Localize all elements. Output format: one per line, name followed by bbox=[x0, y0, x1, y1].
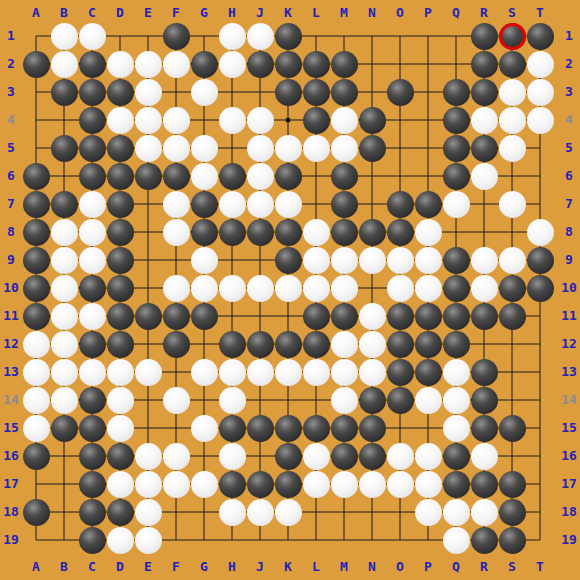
intersection-C13[interactable] bbox=[78, 358, 106, 386]
intersection-E11[interactable] bbox=[134, 302, 162, 330]
intersection-G10[interactable] bbox=[190, 274, 218, 302]
intersection-A6[interactable] bbox=[22, 162, 50, 190]
intersection-O10[interactable] bbox=[386, 274, 414, 302]
intersection-D8[interactable] bbox=[106, 218, 134, 246]
intersection-L18[interactable] bbox=[302, 498, 330, 526]
intersection-P6[interactable] bbox=[414, 162, 442, 190]
intersection-F13[interactable] bbox=[162, 358, 190, 386]
intersection-K16[interactable] bbox=[274, 442, 302, 470]
intersection-J2[interactable] bbox=[246, 50, 274, 78]
intersection-K19[interactable] bbox=[274, 526, 302, 554]
intersection-M10[interactable] bbox=[330, 274, 358, 302]
intersection-C9[interactable] bbox=[78, 246, 106, 274]
intersection-B7[interactable] bbox=[50, 190, 78, 218]
intersection-Q16[interactable] bbox=[442, 442, 470, 470]
intersection-P9[interactable] bbox=[414, 246, 442, 274]
intersection-J16[interactable] bbox=[246, 442, 274, 470]
intersection-L6[interactable] bbox=[302, 162, 330, 190]
intersection-N16[interactable] bbox=[358, 442, 386, 470]
intersection-T16[interactable] bbox=[526, 442, 554, 470]
intersection-K10[interactable] bbox=[274, 274, 302, 302]
intersection-B17[interactable] bbox=[50, 470, 78, 498]
intersection-F2[interactable] bbox=[162, 50, 190, 78]
intersection-A9[interactable] bbox=[22, 246, 50, 274]
intersection-R6[interactable] bbox=[470, 162, 498, 190]
intersection-S16[interactable] bbox=[498, 442, 526, 470]
intersection-E9[interactable] bbox=[134, 246, 162, 274]
intersection-D7[interactable] bbox=[106, 190, 134, 218]
intersection-D16[interactable] bbox=[106, 442, 134, 470]
intersection-G14[interactable] bbox=[190, 386, 218, 414]
intersection-P7[interactable] bbox=[414, 190, 442, 218]
intersection-D15[interactable] bbox=[106, 414, 134, 442]
intersection-P19[interactable] bbox=[414, 526, 442, 554]
intersection-N10[interactable] bbox=[358, 274, 386, 302]
intersection-N18[interactable] bbox=[358, 498, 386, 526]
intersection-P4[interactable] bbox=[414, 106, 442, 134]
intersection-R15[interactable] bbox=[470, 414, 498, 442]
intersection-K5[interactable] bbox=[274, 134, 302, 162]
intersection-E8[interactable] bbox=[134, 218, 162, 246]
intersection-F6[interactable] bbox=[162, 162, 190, 190]
intersection-P12[interactable] bbox=[414, 330, 442, 358]
intersection-J19[interactable] bbox=[246, 526, 274, 554]
intersection-O1[interactable] bbox=[386, 22, 414, 50]
intersection-C6[interactable] bbox=[78, 162, 106, 190]
intersection-S11[interactable] bbox=[498, 302, 526, 330]
intersection-F18[interactable] bbox=[162, 498, 190, 526]
intersection-E19[interactable] bbox=[134, 526, 162, 554]
intersection-E7[interactable] bbox=[134, 190, 162, 218]
intersection-J5[interactable] bbox=[246, 134, 274, 162]
intersection-O11[interactable] bbox=[386, 302, 414, 330]
intersection-K18[interactable] bbox=[274, 498, 302, 526]
intersection-M7[interactable] bbox=[330, 190, 358, 218]
intersection-E5[interactable] bbox=[134, 134, 162, 162]
intersection-N13[interactable] bbox=[358, 358, 386, 386]
intersection-N11[interactable] bbox=[358, 302, 386, 330]
intersection-O16[interactable] bbox=[386, 442, 414, 470]
intersection-A1[interactable] bbox=[22, 22, 50, 50]
intersection-T7[interactable] bbox=[526, 190, 554, 218]
intersection-T10[interactable] bbox=[526, 274, 554, 302]
intersection-L1[interactable] bbox=[302, 22, 330, 50]
intersection-Q10[interactable] bbox=[442, 274, 470, 302]
intersection-J17[interactable] bbox=[246, 470, 274, 498]
intersection-O6[interactable] bbox=[386, 162, 414, 190]
intersection-K15[interactable] bbox=[274, 414, 302, 442]
intersection-K6[interactable] bbox=[274, 162, 302, 190]
intersection-G7[interactable] bbox=[190, 190, 218, 218]
intersection-N6[interactable] bbox=[358, 162, 386, 190]
intersection-S7[interactable] bbox=[498, 190, 526, 218]
intersection-Q2[interactable] bbox=[442, 50, 470, 78]
intersection-B15[interactable] bbox=[50, 414, 78, 442]
intersection-T6[interactable] bbox=[526, 162, 554, 190]
intersection-S2[interactable] bbox=[498, 50, 526, 78]
intersection-L17[interactable] bbox=[302, 470, 330, 498]
intersection-F16[interactable] bbox=[162, 442, 190, 470]
intersection-J10[interactable] bbox=[246, 274, 274, 302]
intersection-T5[interactable] bbox=[526, 134, 554, 162]
intersection-S18[interactable] bbox=[498, 498, 526, 526]
intersection-G16[interactable] bbox=[190, 442, 218, 470]
intersection-N5[interactable] bbox=[358, 134, 386, 162]
intersection-F12[interactable] bbox=[162, 330, 190, 358]
intersection-O14[interactable] bbox=[386, 386, 414, 414]
intersection-T13[interactable] bbox=[526, 358, 554, 386]
intersection-T17[interactable] bbox=[526, 470, 554, 498]
intersection-Q5[interactable] bbox=[442, 134, 470, 162]
intersection-L16[interactable] bbox=[302, 442, 330, 470]
intersection-N17[interactable] bbox=[358, 470, 386, 498]
intersection-H19[interactable] bbox=[218, 526, 246, 554]
intersection-C3[interactable] bbox=[78, 78, 106, 106]
intersection-O2[interactable] bbox=[386, 50, 414, 78]
intersection-L3[interactable] bbox=[302, 78, 330, 106]
intersection-C8[interactable] bbox=[78, 218, 106, 246]
intersection-E13[interactable] bbox=[134, 358, 162, 386]
intersection-R17[interactable] bbox=[470, 470, 498, 498]
intersection-T8[interactable] bbox=[526, 218, 554, 246]
intersection-O7[interactable] bbox=[386, 190, 414, 218]
intersection-C2[interactable] bbox=[78, 50, 106, 78]
intersection-J7[interactable] bbox=[246, 190, 274, 218]
intersection-L15[interactable] bbox=[302, 414, 330, 442]
intersection-G11[interactable] bbox=[190, 302, 218, 330]
intersection-B19[interactable] bbox=[50, 526, 78, 554]
intersection-T3[interactable] bbox=[526, 78, 554, 106]
intersection-M17[interactable] bbox=[330, 470, 358, 498]
intersection-B6[interactable] bbox=[50, 162, 78, 190]
intersection-D9[interactable] bbox=[106, 246, 134, 274]
intersection-G6[interactable] bbox=[190, 162, 218, 190]
intersection-P13[interactable] bbox=[414, 358, 442, 386]
intersection-B11[interactable] bbox=[50, 302, 78, 330]
intersection-R19[interactable] bbox=[470, 526, 498, 554]
intersection-M9[interactable] bbox=[330, 246, 358, 274]
intersection-J9[interactable] bbox=[246, 246, 274, 274]
intersection-N19[interactable] bbox=[358, 526, 386, 554]
intersection-R2[interactable] bbox=[470, 50, 498, 78]
intersection-B3[interactable] bbox=[50, 78, 78, 106]
intersection-K12[interactable] bbox=[274, 330, 302, 358]
intersection-P17[interactable] bbox=[414, 470, 442, 498]
intersection-E6[interactable] bbox=[134, 162, 162, 190]
intersection-M18[interactable] bbox=[330, 498, 358, 526]
intersection-J18[interactable] bbox=[246, 498, 274, 526]
intersection-C14[interactable] bbox=[78, 386, 106, 414]
intersection-B9[interactable] bbox=[50, 246, 78, 274]
intersection-S12[interactable] bbox=[498, 330, 526, 358]
intersection-D13[interactable] bbox=[106, 358, 134, 386]
intersection-Q11[interactable] bbox=[442, 302, 470, 330]
intersection-H17[interactable] bbox=[218, 470, 246, 498]
intersection-D1[interactable] bbox=[106, 22, 134, 50]
intersection-S10[interactable] bbox=[498, 274, 526, 302]
intersection-O19[interactable] bbox=[386, 526, 414, 554]
intersection-C18[interactable] bbox=[78, 498, 106, 526]
intersection-L8[interactable] bbox=[302, 218, 330, 246]
intersection-L4[interactable] bbox=[302, 106, 330, 134]
intersection-C16[interactable] bbox=[78, 442, 106, 470]
intersection-L19[interactable] bbox=[302, 526, 330, 554]
intersection-G17[interactable] bbox=[190, 470, 218, 498]
intersection-G1[interactable] bbox=[190, 22, 218, 50]
intersection-L13[interactable] bbox=[302, 358, 330, 386]
intersection-H18[interactable] bbox=[218, 498, 246, 526]
intersection-B12[interactable] bbox=[50, 330, 78, 358]
intersection-L12[interactable] bbox=[302, 330, 330, 358]
intersection-R4[interactable] bbox=[470, 106, 498, 134]
intersection-K7[interactable] bbox=[274, 190, 302, 218]
intersection-Q7[interactable] bbox=[442, 190, 470, 218]
intersection-A10[interactable] bbox=[22, 274, 50, 302]
intersection-J1[interactable] bbox=[246, 22, 274, 50]
intersection-P10[interactable] bbox=[414, 274, 442, 302]
intersection-S5[interactable] bbox=[498, 134, 526, 162]
intersection-T15[interactable] bbox=[526, 414, 554, 442]
intersection-S1[interactable] bbox=[498, 22, 526, 50]
intersection-P5[interactable] bbox=[414, 134, 442, 162]
intersection-C1[interactable] bbox=[78, 22, 106, 50]
intersection-E15[interactable] bbox=[134, 414, 162, 442]
intersection-A4[interactable] bbox=[22, 106, 50, 134]
intersection-F9[interactable] bbox=[162, 246, 190, 274]
intersection-R9[interactable] bbox=[470, 246, 498, 274]
intersection-S14[interactable] bbox=[498, 386, 526, 414]
intersection-F3[interactable] bbox=[162, 78, 190, 106]
intersection-H6[interactable] bbox=[218, 162, 246, 190]
intersection-K3[interactable] bbox=[274, 78, 302, 106]
intersection-R18[interactable] bbox=[470, 498, 498, 526]
intersection-J8[interactable] bbox=[246, 218, 274, 246]
intersection-K4[interactable] bbox=[274, 106, 302, 134]
intersection-L7[interactable] bbox=[302, 190, 330, 218]
intersection-H1[interactable] bbox=[218, 22, 246, 50]
intersection-D6[interactable] bbox=[106, 162, 134, 190]
intersection-N1[interactable] bbox=[358, 22, 386, 50]
intersection-B2[interactable] bbox=[50, 50, 78, 78]
intersection-D12[interactable] bbox=[106, 330, 134, 358]
intersection-B5[interactable] bbox=[50, 134, 78, 162]
intersection-A7[interactable] bbox=[22, 190, 50, 218]
intersection-F15[interactable] bbox=[162, 414, 190, 442]
intersection-R14[interactable] bbox=[470, 386, 498, 414]
intersection-O5[interactable] bbox=[386, 134, 414, 162]
intersection-A11[interactable] bbox=[22, 302, 50, 330]
intersection-Q3[interactable] bbox=[442, 78, 470, 106]
intersection-T14[interactable] bbox=[526, 386, 554, 414]
intersection-S4[interactable] bbox=[498, 106, 526, 134]
intersection-B10[interactable] bbox=[50, 274, 78, 302]
intersection-O15[interactable] bbox=[386, 414, 414, 442]
intersection-B14[interactable] bbox=[50, 386, 78, 414]
intersection-S19[interactable] bbox=[498, 526, 526, 554]
intersection-N3[interactable] bbox=[358, 78, 386, 106]
intersection-H15[interactable] bbox=[218, 414, 246, 442]
intersection-P1[interactable] bbox=[414, 22, 442, 50]
intersection-G9[interactable] bbox=[190, 246, 218, 274]
intersection-C10[interactable] bbox=[78, 274, 106, 302]
intersection-K14[interactable] bbox=[274, 386, 302, 414]
intersection-J15[interactable] bbox=[246, 414, 274, 442]
intersection-M11[interactable] bbox=[330, 302, 358, 330]
intersection-L5[interactable] bbox=[302, 134, 330, 162]
intersection-R8[interactable] bbox=[470, 218, 498, 246]
intersection-D2[interactable] bbox=[106, 50, 134, 78]
intersection-S3[interactable] bbox=[498, 78, 526, 106]
intersection-Q9[interactable] bbox=[442, 246, 470, 274]
intersection-C4[interactable] bbox=[78, 106, 106, 134]
intersection-P2[interactable] bbox=[414, 50, 442, 78]
intersection-F4[interactable] bbox=[162, 106, 190, 134]
intersection-J3[interactable] bbox=[246, 78, 274, 106]
intersection-O13[interactable] bbox=[386, 358, 414, 386]
intersection-D18[interactable] bbox=[106, 498, 134, 526]
intersection-H12[interactable] bbox=[218, 330, 246, 358]
intersection-D4[interactable] bbox=[106, 106, 134, 134]
intersection-N7[interactable] bbox=[358, 190, 386, 218]
intersection-L9[interactable] bbox=[302, 246, 330, 274]
intersection-K11[interactable] bbox=[274, 302, 302, 330]
intersection-M14[interactable] bbox=[330, 386, 358, 414]
intersection-O4[interactable] bbox=[386, 106, 414, 134]
intersection-S8[interactable] bbox=[498, 218, 526, 246]
intersection-C12[interactable] bbox=[78, 330, 106, 358]
intersection-H16[interactable] bbox=[218, 442, 246, 470]
intersection-H2[interactable] bbox=[218, 50, 246, 78]
intersection-C19[interactable] bbox=[78, 526, 106, 554]
intersection-D10[interactable] bbox=[106, 274, 134, 302]
intersection-L11[interactable] bbox=[302, 302, 330, 330]
intersection-B4[interactable] bbox=[50, 106, 78, 134]
intersection-D5[interactable] bbox=[106, 134, 134, 162]
intersection-A5[interactable] bbox=[22, 134, 50, 162]
intersection-K2[interactable] bbox=[274, 50, 302, 78]
intersection-O12[interactable] bbox=[386, 330, 414, 358]
intersection-M1[interactable] bbox=[330, 22, 358, 50]
intersection-E1[interactable] bbox=[134, 22, 162, 50]
intersection-E3[interactable] bbox=[134, 78, 162, 106]
intersection-K8[interactable] bbox=[274, 218, 302, 246]
intersection-Q15[interactable] bbox=[442, 414, 470, 442]
intersection-A2[interactable] bbox=[22, 50, 50, 78]
intersection-A14[interactable] bbox=[22, 386, 50, 414]
intersection-S17[interactable] bbox=[498, 470, 526, 498]
intersection-Q17[interactable] bbox=[442, 470, 470, 498]
intersection-J14[interactable] bbox=[246, 386, 274, 414]
intersection-B1[interactable] bbox=[50, 22, 78, 50]
intersection-D3[interactable] bbox=[106, 78, 134, 106]
intersection-K17[interactable] bbox=[274, 470, 302, 498]
intersection-J6[interactable] bbox=[246, 162, 274, 190]
intersection-R13[interactable] bbox=[470, 358, 498, 386]
intersection-O3[interactable] bbox=[386, 78, 414, 106]
intersection-M4[interactable] bbox=[330, 106, 358, 134]
intersection-F14[interactable] bbox=[162, 386, 190, 414]
intersection-E2[interactable] bbox=[134, 50, 162, 78]
intersection-M19[interactable] bbox=[330, 526, 358, 554]
intersection-P3[interactable] bbox=[414, 78, 442, 106]
intersection-O17[interactable] bbox=[386, 470, 414, 498]
intersection-A12[interactable] bbox=[22, 330, 50, 358]
intersection-R11[interactable] bbox=[470, 302, 498, 330]
intersection-O9[interactable] bbox=[386, 246, 414, 274]
intersection-F1[interactable] bbox=[162, 22, 190, 50]
intersection-Q4[interactable] bbox=[442, 106, 470, 134]
intersection-O8[interactable] bbox=[386, 218, 414, 246]
intersection-Q13[interactable] bbox=[442, 358, 470, 386]
intersection-T2[interactable] bbox=[526, 50, 554, 78]
intersection-E18[interactable] bbox=[134, 498, 162, 526]
intersection-S15[interactable] bbox=[498, 414, 526, 442]
intersection-F11[interactable] bbox=[162, 302, 190, 330]
intersection-B16[interactable] bbox=[50, 442, 78, 470]
intersection-M16[interactable] bbox=[330, 442, 358, 470]
intersection-R16[interactable] bbox=[470, 442, 498, 470]
intersection-R1[interactable] bbox=[470, 22, 498, 50]
intersection-F10[interactable] bbox=[162, 274, 190, 302]
intersection-J4[interactable] bbox=[246, 106, 274, 134]
intersection-G19[interactable] bbox=[190, 526, 218, 554]
intersection-H3[interactable] bbox=[218, 78, 246, 106]
intersection-M3[interactable] bbox=[330, 78, 358, 106]
intersection-D19[interactable] bbox=[106, 526, 134, 554]
intersection-Q18[interactable] bbox=[442, 498, 470, 526]
intersection-S9[interactable] bbox=[498, 246, 526, 274]
intersection-N9[interactable] bbox=[358, 246, 386, 274]
intersection-A16[interactable] bbox=[22, 442, 50, 470]
intersection-K1[interactable] bbox=[274, 22, 302, 50]
intersection-G4[interactable] bbox=[190, 106, 218, 134]
intersection-T1[interactable] bbox=[526, 22, 554, 50]
intersection-Q14[interactable] bbox=[442, 386, 470, 414]
intersection-E10[interactable] bbox=[134, 274, 162, 302]
intersection-G3[interactable] bbox=[190, 78, 218, 106]
intersection-M5[interactable] bbox=[330, 134, 358, 162]
intersection-F17[interactable] bbox=[162, 470, 190, 498]
intersection-H8[interactable] bbox=[218, 218, 246, 246]
intersection-G8[interactable] bbox=[190, 218, 218, 246]
intersection-P11[interactable] bbox=[414, 302, 442, 330]
intersection-H10[interactable] bbox=[218, 274, 246, 302]
intersection-F7[interactable] bbox=[162, 190, 190, 218]
intersection-B13[interactable] bbox=[50, 358, 78, 386]
intersection-R12[interactable] bbox=[470, 330, 498, 358]
intersection-P14[interactable] bbox=[414, 386, 442, 414]
intersection-S6[interactable] bbox=[498, 162, 526, 190]
intersection-H13[interactable] bbox=[218, 358, 246, 386]
intersection-H9[interactable] bbox=[218, 246, 246, 274]
intersection-B8[interactable] bbox=[50, 218, 78, 246]
intersection-J13[interactable] bbox=[246, 358, 274, 386]
intersection-Q1[interactable] bbox=[442, 22, 470, 50]
intersection-M8[interactable] bbox=[330, 218, 358, 246]
intersection-M15[interactable] bbox=[330, 414, 358, 442]
intersection-E16[interactable] bbox=[134, 442, 162, 470]
intersection-E17[interactable] bbox=[134, 470, 162, 498]
intersection-E4[interactable] bbox=[134, 106, 162, 134]
intersection-N12[interactable] bbox=[358, 330, 386, 358]
intersection-P15[interactable] bbox=[414, 414, 442, 442]
intersection-K13[interactable] bbox=[274, 358, 302, 386]
intersection-K9[interactable] bbox=[274, 246, 302, 274]
intersection-H7[interactable] bbox=[218, 190, 246, 218]
intersection-M12[interactable] bbox=[330, 330, 358, 358]
intersection-R7[interactable] bbox=[470, 190, 498, 218]
intersection-P18[interactable] bbox=[414, 498, 442, 526]
